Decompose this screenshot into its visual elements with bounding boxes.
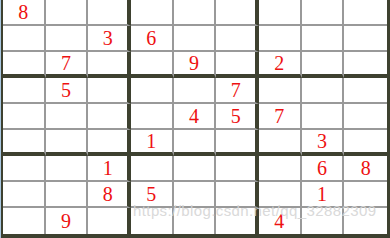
- cell-r3c8[interactable]: [344, 78, 387, 104]
- cell-r7c8[interactable]: [344, 182, 387, 208]
- cell-r8c1[interactable]: 9: [46, 208, 89, 234]
- cell-r6c5[interactable]: [216, 156, 259, 182]
- cell-r7c1[interactable]: [46, 182, 89, 208]
- cell-r2c3[interactable]: [131, 52, 174, 78]
- cell-r3c0[interactable]: [3, 78, 46, 104]
- cell-r0c0[interactable]: 8: [3, 0, 46, 26]
- cell-r7c3[interactable]: 5: [131, 182, 174, 208]
- cell-r0c6[interactable]: [259, 0, 302, 26]
- cell-r7c5[interactable]: [216, 182, 259, 208]
- cell-r6c4[interactable]: [174, 156, 217, 182]
- cell-r6c6[interactable]: [259, 156, 302, 182]
- cell-r8c6[interactable]: 4: [259, 208, 302, 234]
- cell-r5c4[interactable]: [174, 130, 217, 156]
- cell-r3c5[interactable]: 7: [216, 78, 259, 104]
- cell-r8c3[interactable]: [131, 208, 174, 234]
- cell-r1c2[interactable]: 3: [88, 26, 131, 52]
- cell-r7c2[interactable]: 8: [88, 182, 131, 208]
- cell-r1c1[interactable]: [46, 26, 89, 52]
- cell-r5c3[interactable]: 1: [131, 130, 174, 156]
- cell-r6c8[interactable]: 8: [344, 156, 387, 182]
- cell-r7c4[interactable]: [174, 182, 217, 208]
- cell-r5c1[interactable]: [46, 130, 89, 156]
- cell-r2c2[interactable]: [88, 52, 131, 78]
- cell-r5c0[interactable]: [3, 130, 46, 156]
- cell-r0c4[interactable]: [174, 0, 217, 26]
- cell-r4c7[interactable]: [302, 104, 345, 130]
- cell-r3c7[interactable]: [302, 78, 345, 104]
- cell-r1c6[interactable]: [259, 26, 302, 52]
- cell-r2c7[interactable]: [302, 52, 345, 78]
- cell-r3c6[interactable]: [259, 78, 302, 104]
- cell-r5c2[interactable]: [88, 130, 131, 156]
- cell-r1c4[interactable]: [174, 26, 217, 52]
- cell-r1c8[interactable]: [344, 26, 387, 52]
- cell-r6c7[interactable]: 6: [302, 156, 345, 182]
- cell-r5c7[interactable]: 3: [302, 130, 345, 156]
- sudoku-board: 836792574571316885194: [1, 0, 390, 238]
- cell-r4c2[interactable]: [88, 104, 131, 130]
- cell-r5c8[interactable]: [344, 130, 387, 156]
- cell-r1c3[interactable]: 6: [131, 26, 174, 52]
- cell-r3c2[interactable]: [88, 78, 131, 104]
- cell-r6c1[interactable]: [46, 156, 89, 182]
- cell-r2c4[interactable]: 9: [174, 52, 217, 78]
- cell-r0c7[interactable]: [302, 0, 345, 26]
- sudoku-screenshot: 836792574571316885194 https://blog.csdn.…: [0, 0, 390, 238]
- cell-r2c8[interactable]: [344, 52, 387, 78]
- cell-r1c7[interactable]: [302, 26, 345, 52]
- cell-r4c5[interactable]: 5: [216, 104, 259, 130]
- cell-r8c5[interactable]: [216, 208, 259, 234]
- cell-r8c4[interactable]: [174, 208, 217, 234]
- cell-r3c1[interactable]: 5: [46, 78, 89, 104]
- cell-r2c6[interactable]: 2: [259, 52, 302, 78]
- cell-r2c0[interactable]: [3, 52, 46, 78]
- cell-r4c3[interactable]: [131, 104, 174, 130]
- cell-r4c4[interactable]: 4: [174, 104, 217, 130]
- cell-r6c0[interactable]: [3, 156, 46, 182]
- cell-r5c5[interactable]: [216, 130, 259, 156]
- cell-r8c8[interactable]: [344, 208, 387, 234]
- cell-r1c5[interactable]: [216, 26, 259, 52]
- cell-r0c8[interactable]: [344, 0, 387, 26]
- cell-r7c6[interactable]: [259, 182, 302, 208]
- cell-r8c2[interactable]: [88, 208, 131, 234]
- cell-r5c6[interactable]: [259, 130, 302, 156]
- cell-r4c6[interactable]: 7: [259, 104, 302, 130]
- cell-r2c5[interactable]: [216, 52, 259, 78]
- cell-r6c3[interactable]: [131, 156, 174, 182]
- cell-r7c0[interactable]: [3, 182, 46, 208]
- cell-r3c3[interactable]: [131, 78, 174, 104]
- cell-r0c5[interactable]: [216, 0, 259, 26]
- cell-r1c0[interactable]: [3, 26, 46, 52]
- cell-r7c7[interactable]: 1: [302, 182, 345, 208]
- cell-r4c8[interactable]: [344, 104, 387, 130]
- cell-r0c1[interactable]: [46, 0, 89, 26]
- cell-r2c1[interactable]: 7: [46, 52, 89, 78]
- cell-r6c2[interactable]: 1: [88, 156, 131, 182]
- cell-r0c2[interactable]: [88, 0, 131, 26]
- cell-r8c0[interactable]: [3, 208, 46, 234]
- cell-r4c1[interactable]: [46, 104, 89, 130]
- cell-r8c7[interactable]: [302, 208, 345, 234]
- cell-r0c3[interactable]: [131, 0, 174, 26]
- cell-r4c0[interactable]: [3, 104, 46, 130]
- cell-r3c4[interactable]: [174, 78, 217, 104]
